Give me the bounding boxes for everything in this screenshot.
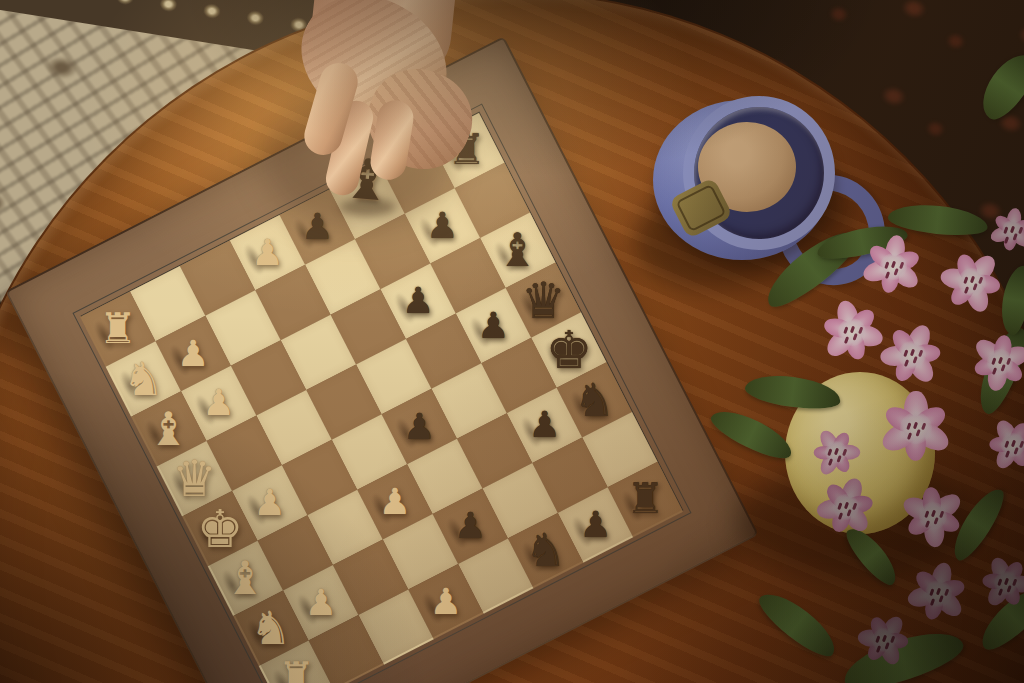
alstroemeria-flower (880, 392, 952, 464)
alstroemeria-flower (902, 485, 964, 547)
alstroemeria-flower (971, 333, 1024, 391)
alstroemeria-flower (858, 614, 910, 666)
alstroemeria-flower (990, 208, 1024, 252)
leaf (706, 402, 797, 466)
leaf (743, 370, 842, 413)
alstroemeria-flower (812, 428, 860, 476)
alstroemeria-bouquet (0, 0, 1024, 683)
alstroemeria-flower (941, 251, 1003, 313)
alstroemeria-flower (817, 478, 875, 536)
leaf (753, 584, 844, 664)
held-piece-black-bishop[interactable]: ♝ (337, 148, 396, 214)
alstroemeria-flower (987, 419, 1024, 471)
alstroemeria-flower (821, 301, 883, 363)
leaf (972, 45, 1024, 126)
alstroemeria-flower (980, 557, 1024, 609)
scene: ♜♝♛♚♞♜♟♟♟♟♟♞♟♟♟♟♟♟♟♟♟♟♜♞♝♛♚♝♞♜ ♝ (0, 0, 1024, 683)
alstroemeria-flower (908, 563, 968, 623)
alstroemeria-flower (881, 324, 943, 386)
alstroemeria-flower (863, 236, 923, 296)
